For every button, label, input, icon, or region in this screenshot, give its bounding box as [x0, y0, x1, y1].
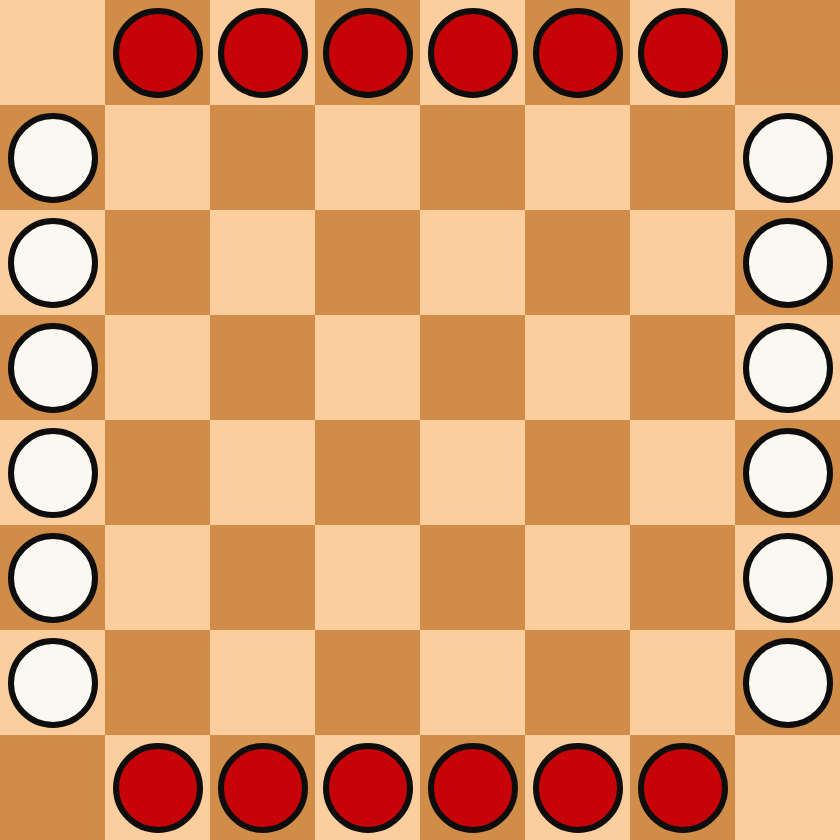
square-f5[interactable]	[525, 315, 630, 420]
red-piece[interactable]	[113, 8, 203, 98]
square-c6[interactable]	[210, 210, 315, 315]
red-piece[interactable]	[428, 8, 518, 98]
square-d6[interactable]	[315, 210, 420, 315]
white-piece[interactable]	[743, 428, 833, 518]
square-h8[interactable]	[735, 0, 840, 105]
square-a4[interactable]	[0, 420, 105, 525]
square-g6[interactable]	[630, 210, 735, 315]
square-a7[interactable]	[0, 105, 105, 210]
white-piece[interactable]	[743, 533, 833, 623]
square-e6[interactable]	[420, 210, 525, 315]
square-b7[interactable]	[105, 105, 210, 210]
red-piece[interactable]	[323, 743, 413, 833]
square-b4[interactable]	[105, 420, 210, 525]
square-b6[interactable]	[105, 210, 210, 315]
square-c2[interactable]	[210, 630, 315, 735]
square-f4[interactable]	[525, 420, 630, 525]
red-piece[interactable]	[113, 743, 203, 833]
square-e2[interactable]	[420, 630, 525, 735]
white-piece[interactable]	[8, 113, 98, 203]
square-e3[interactable]	[420, 525, 525, 630]
square-g3[interactable]	[630, 525, 735, 630]
square-b3[interactable]	[105, 525, 210, 630]
square-d8[interactable]	[315, 0, 420, 105]
square-d5[interactable]	[315, 315, 420, 420]
white-piece[interactable]	[8, 533, 98, 623]
square-g2[interactable]	[630, 630, 735, 735]
square-h3[interactable]	[735, 525, 840, 630]
square-d7[interactable]	[315, 105, 420, 210]
square-h7[interactable]	[735, 105, 840, 210]
square-g4[interactable]	[630, 420, 735, 525]
square-c7[interactable]	[210, 105, 315, 210]
square-c5[interactable]	[210, 315, 315, 420]
white-piece[interactable]	[8, 323, 98, 413]
white-piece[interactable]	[743, 218, 833, 308]
square-e8[interactable]	[420, 0, 525, 105]
red-piece[interactable]	[218, 743, 308, 833]
square-a1[interactable]	[0, 735, 105, 840]
square-e7[interactable]	[420, 105, 525, 210]
square-a6[interactable]	[0, 210, 105, 315]
white-piece[interactable]	[8, 428, 98, 518]
square-e4[interactable]	[420, 420, 525, 525]
square-d2[interactable]	[315, 630, 420, 735]
square-a8[interactable]	[0, 0, 105, 105]
square-d3[interactable]	[315, 525, 420, 630]
lines-of-action-board	[0, 0, 840, 840]
square-h1[interactable]	[735, 735, 840, 840]
red-piece[interactable]	[428, 743, 518, 833]
white-piece[interactable]	[8, 218, 98, 308]
square-h4[interactable]	[735, 420, 840, 525]
red-piece[interactable]	[533, 743, 623, 833]
square-f6[interactable]	[525, 210, 630, 315]
white-piece[interactable]	[743, 323, 833, 413]
square-g8[interactable]	[630, 0, 735, 105]
square-g5[interactable]	[630, 315, 735, 420]
square-f8[interactable]	[525, 0, 630, 105]
square-f2[interactable]	[525, 630, 630, 735]
square-e1[interactable]	[420, 735, 525, 840]
red-piece[interactable]	[638, 743, 728, 833]
square-d4[interactable]	[315, 420, 420, 525]
red-piece[interactable]	[533, 8, 623, 98]
red-piece[interactable]	[323, 8, 413, 98]
square-d1[interactable]	[315, 735, 420, 840]
square-g7[interactable]	[630, 105, 735, 210]
square-c8[interactable]	[210, 0, 315, 105]
square-b5[interactable]	[105, 315, 210, 420]
square-b2[interactable]	[105, 630, 210, 735]
red-piece[interactable]	[218, 8, 308, 98]
square-f3[interactable]	[525, 525, 630, 630]
white-piece[interactable]	[743, 638, 833, 728]
square-f7[interactable]	[525, 105, 630, 210]
square-e5[interactable]	[420, 315, 525, 420]
square-c4[interactable]	[210, 420, 315, 525]
square-a5[interactable]	[0, 315, 105, 420]
square-h6[interactable]	[735, 210, 840, 315]
square-a2[interactable]	[0, 630, 105, 735]
white-piece[interactable]	[743, 113, 833, 203]
white-piece[interactable]	[8, 638, 98, 728]
square-b8[interactable]	[105, 0, 210, 105]
square-b1[interactable]	[105, 735, 210, 840]
square-g1[interactable]	[630, 735, 735, 840]
square-f1[interactable]	[525, 735, 630, 840]
square-c1[interactable]	[210, 735, 315, 840]
square-h5[interactable]	[735, 315, 840, 420]
square-a3[interactable]	[0, 525, 105, 630]
square-c3[interactable]	[210, 525, 315, 630]
red-piece[interactable]	[638, 8, 728, 98]
square-h2[interactable]	[735, 630, 840, 735]
